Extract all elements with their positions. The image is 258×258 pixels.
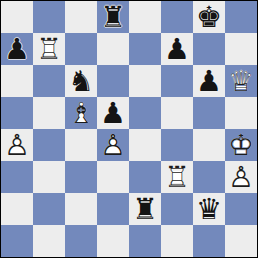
piece-glyph-fill: ♜	[129, 193, 161, 225]
piece-glyph-fill: ♟	[193, 65, 225, 97]
square-d4[interactable]: ♟♙	[97, 129, 129, 161]
square-a3[interactable]	[1, 161, 33, 193]
square-c3[interactable]	[65, 161, 97, 193]
square-b5[interactable]	[33, 97, 65, 129]
square-f2[interactable]	[161, 193, 193, 225]
square-b3[interactable]	[33, 161, 65, 193]
piece-glyph-fill: ♟	[1, 33, 33, 65]
square-c6[interactable]: ♞	[65, 65, 97, 97]
square-a4[interactable]: ♟♙	[1, 129, 33, 161]
piece-white-pawn[interactable]: ♟♙	[1, 129, 33, 161]
square-c4[interactable]	[65, 129, 97, 161]
piece-black-rook[interactable]: ♜	[97, 1, 129, 33]
square-g5[interactable]	[193, 97, 225, 129]
square-e1[interactable]	[129, 225, 161, 257]
piece-black-pawn[interactable]: ♟	[193, 65, 225, 97]
square-g7[interactable]	[193, 33, 225, 65]
square-g4[interactable]	[193, 129, 225, 161]
piece-glyph-outline: ♖	[161, 161, 193, 193]
chess-board: ♜♚♟♜♖♟♞♟♛♕♝♗♟♟♙♟♙♚♔♜♖♟♙♜♛	[0, 0, 258, 258]
square-e6[interactable]	[129, 65, 161, 97]
square-e5[interactable]	[129, 97, 161, 129]
square-e3[interactable]	[129, 161, 161, 193]
square-g1[interactable]	[193, 225, 225, 257]
piece-glyph-outline: ♖	[33, 33, 65, 65]
square-f8[interactable]	[161, 1, 193, 33]
piece-glyph-fill: ♛	[193, 193, 225, 225]
square-f7[interactable]: ♟	[161, 33, 193, 65]
square-e8[interactable]	[129, 1, 161, 33]
piece-black-king[interactable]: ♚	[193, 1, 225, 33]
square-c5[interactable]: ♝♗	[65, 97, 97, 129]
square-c1[interactable]	[65, 225, 97, 257]
square-a2[interactable]	[1, 193, 33, 225]
piece-black-pawn[interactable]: ♟	[1, 33, 33, 65]
square-g8[interactable]: ♚	[193, 1, 225, 33]
square-h6[interactable]: ♛♕	[225, 65, 257, 97]
piece-white-king[interactable]: ♚♔	[225, 129, 257, 161]
piece-white-queen[interactable]: ♛♕	[225, 65, 257, 97]
square-e4[interactable]	[129, 129, 161, 161]
square-d7[interactable]	[97, 33, 129, 65]
piece-glyph-fill: ♟	[97, 97, 129, 129]
square-b7[interactable]: ♜♖	[33, 33, 65, 65]
piece-glyph-fill: ♚	[193, 1, 225, 33]
piece-glyph-outline: ♙	[1, 129, 33, 161]
piece-white-pawn[interactable]: ♟♙	[225, 161, 257, 193]
square-e7[interactable]	[129, 33, 161, 65]
piece-glyph-outline: ♔	[225, 129, 257, 161]
square-d6[interactable]	[97, 65, 129, 97]
square-d1[interactable]	[97, 225, 129, 257]
square-h4[interactable]: ♚♔	[225, 129, 257, 161]
square-a5[interactable]	[1, 97, 33, 129]
piece-white-bishop[interactable]: ♝♗	[65, 97, 97, 129]
square-d2[interactable]	[97, 193, 129, 225]
piece-glyph-fill: ♟	[161, 33, 193, 65]
square-a6[interactable]	[1, 65, 33, 97]
piece-glyph-outline: ♙	[97, 129, 129, 161]
square-h1[interactable]	[225, 225, 257, 257]
square-d8[interactable]: ♜	[97, 1, 129, 33]
piece-black-knight[interactable]: ♞	[65, 65, 97, 97]
piece-white-rook[interactable]: ♜♖	[33, 33, 65, 65]
square-h5[interactable]	[225, 97, 257, 129]
square-b4[interactable]	[33, 129, 65, 161]
square-b1[interactable]	[33, 225, 65, 257]
square-f4[interactable]	[161, 129, 193, 161]
square-b8[interactable]	[33, 1, 65, 33]
square-f3[interactable]: ♜♖	[161, 161, 193, 193]
square-a8[interactable]	[1, 1, 33, 33]
square-c2[interactable]	[65, 193, 97, 225]
square-a7[interactable]: ♟	[1, 33, 33, 65]
piece-glyph-fill: ♞	[65, 65, 97, 97]
square-g6[interactable]: ♟	[193, 65, 225, 97]
square-b6[interactable]	[33, 65, 65, 97]
piece-black-rook[interactable]: ♜	[129, 193, 161, 225]
piece-glyph-outline: ♕	[225, 65, 257, 97]
square-b2[interactable]	[33, 193, 65, 225]
square-g3[interactable]	[193, 161, 225, 193]
piece-glyph-outline: ♙	[225, 161, 257, 193]
square-h3[interactable]: ♟♙	[225, 161, 257, 193]
piece-black-pawn[interactable]: ♟	[161, 33, 193, 65]
square-c7[interactable]	[65, 33, 97, 65]
square-g2[interactable]: ♛	[193, 193, 225, 225]
piece-glyph-outline: ♗	[65, 97, 97, 129]
square-a1[interactable]	[1, 225, 33, 257]
piece-glyph-fill: ♜	[97, 1, 129, 33]
piece-black-pawn[interactable]: ♟	[97, 97, 129, 129]
square-d3[interactable]	[97, 161, 129, 193]
square-h2[interactable]	[225, 193, 257, 225]
piece-white-pawn[interactable]: ♟♙	[97, 129, 129, 161]
square-h8[interactable]	[225, 1, 257, 33]
square-d5[interactable]: ♟	[97, 97, 129, 129]
piece-white-rook[interactable]: ♜♖	[161, 161, 193, 193]
square-f6[interactable]	[161, 65, 193, 97]
square-f5[interactable]	[161, 97, 193, 129]
piece-black-queen[interactable]: ♛	[193, 193, 225, 225]
square-e2[interactable]: ♜	[129, 193, 161, 225]
square-h7[interactable]	[225, 33, 257, 65]
chess-diagram: ♜♚♟♜♖♟♞♟♛♕♝♗♟♟♙♟♙♚♔♜♖♟♙♜♛	[0, 0, 258, 258]
square-c8[interactable]	[65, 1, 97, 33]
square-f1[interactable]	[161, 225, 193, 257]
